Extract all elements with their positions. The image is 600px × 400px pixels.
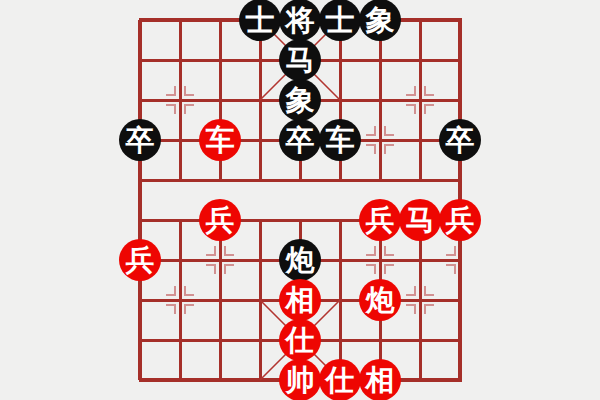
piece-black-rook[interactable]: 车 <box>319 119 361 161</box>
piece-black-advisor[interactable]: 士 <box>319 0 361 41</box>
piece-red-horse[interactable]: 马 <box>399 199 441 241</box>
piece-red-king[interactable]: 帅 <box>279 359 321 400</box>
piece-black-pawn[interactable]: 卒 <box>119 119 161 161</box>
piece-black-king[interactable]: 将 <box>279 0 321 41</box>
piece-red-rook[interactable]: 车 <box>199 119 241 161</box>
piece-red-pawn[interactable]: 兵 <box>439 199 481 241</box>
xiangqi-board[interactable]: 士将士象马象卒车卒车卒兵兵马兵兵炮相炮仕帅仕相 <box>0 0 600 400</box>
piece-black-elephant[interactable]: 象 <box>279 79 321 121</box>
piece-black-cannon[interactable]: 炮 <box>279 239 321 281</box>
piece-red-advisor[interactable]: 仕 <box>319 359 361 400</box>
piece-black-horse[interactable]: 马 <box>279 39 321 81</box>
piece-black-advisor[interactable]: 士 <box>239 0 281 41</box>
piece-red-advisor[interactable]: 仕 <box>279 319 321 361</box>
piece-red-pawn[interactable]: 兵 <box>199 199 241 241</box>
piece-red-elephant[interactable]: 相 <box>279 279 321 321</box>
piece-red-pawn[interactable]: 兵 <box>119 239 161 281</box>
piece-black-elephant[interactable]: 象 <box>359 0 401 41</box>
xiangqi-app: 士将士象马象卒车卒车卒兵兵马兵兵炮相炮仕帅仕相 <box>0 0 600 400</box>
piece-black-pawn[interactable]: 卒 <box>439 119 481 161</box>
pieces-layer: 士将士象马象卒车卒车卒兵兵马兵兵炮相炮仕帅仕相 <box>120 0 480 400</box>
piece-red-elephant[interactable]: 相 <box>359 359 401 400</box>
piece-black-pawn[interactable]: 卒 <box>279 119 321 161</box>
piece-red-cannon[interactable]: 炮 <box>359 279 401 321</box>
piece-red-pawn[interactable]: 兵 <box>359 199 401 241</box>
